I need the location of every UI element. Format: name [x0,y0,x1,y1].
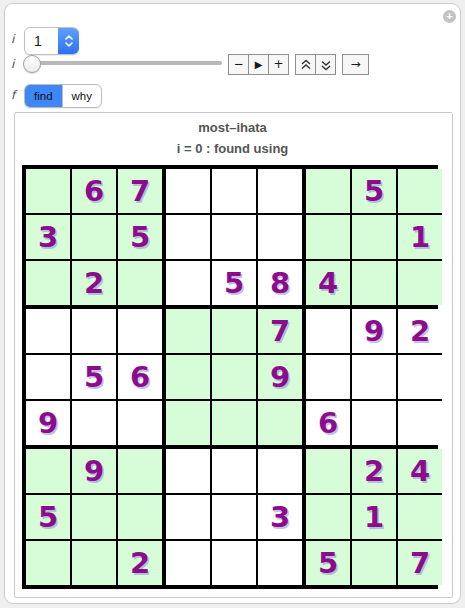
cell-r1c7 [306,169,350,213]
cell-r8c1: 5 [26,495,70,539]
cell-r9c2 [72,541,116,585]
cell-r4c1 [26,309,70,353]
cell-r3c9 [398,261,442,305]
toggle-option-why[interactable]: why [62,85,101,107]
cell-r9c7: 5 [306,541,350,585]
sudoku-box-7: 952 [26,449,162,585]
cell-r3c3 [118,261,162,305]
play-icon: ▶ [255,55,263,74]
cell-r8c2 [72,495,116,539]
cell-r2c8 [352,215,396,259]
cell-r4c5 [212,309,256,353]
cell-r7c6 [258,449,302,493]
playback-group-direction: → [342,54,369,75]
cell-r6c6 [258,401,302,445]
slider-label: i [11,57,14,71]
cell-r1c1 [26,169,70,213]
cell-r8c5 [212,495,256,539]
cell-r2c3: 5 [118,215,162,259]
cell-r5c1 [26,355,70,399]
cell-r3c7: 4 [306,261,350,305]
cell-r2c1: 3 [26,215,70,259]
cell-r1c9 [398,169,442,213]
cell-r4c6: 7 [258,309,302,353]
cell-r5c6: 9 [258,355,302,399]
sudoku-box-8: 3 [166,449,302,585]
index-stepper[interactable]: 1 [24,27,79,55]
cell-r1c5 [212,169,256,213]
cell-r2c9: 1 [398,215,442,259]
faster-button[interactable] [295,54,316,75]
cell-r4c8: 9 [352,309,396,353]
cell-r7c9: 4 [398,449,442,493]
cell-r6c9 [398,401,442,445]
cell-r2c2 [72,215,116,259]
cell-r6c1: 9 [26,401,70,445]
cell-r7c3 [118,449,162,493]
sudoku-box-2: 58 [166,169,302,305]
chevron-down-icon [65,42,73,47]
step-direction-button[interactable]: → [342,54,369,75]
cell-r9c1 [26,541,70,585]
sudoku-box-1: 67352 [26,169,162,305]
cell-r1c8: 5 [352,169,396,213]
cell-r7c5 [212,449,256,493]
cell-r9c5 [212,541,256,585]
sudoku-box-5: 79 [166,309,302,445]
cell-r5c7 [306,355,350,399]
slower-button[interactable] [315,54,336,75]
chevron-up-icon [65,35,73,40]
cell-r6c7: 6 [306,401,350,445]
cell-r3c2: 2 [72,261,116,305]
cell-r8c7 [306,495,350,539]
puzzle-title: most–ihata [15,120,450,135]
cell-r4c4 [166,309,210,353]
cell-r6c5 [212,401,256,445]
toggle-option-find[interactable]: find [25,85,62,107]
cell-r5c2: 5 [72,355,116,399]
cell-r3c6: 8 [258,261,302,305]
cell-r8c6: 3 [258,495,302,539]
cell-r4c7 [306,309,350,353]
cell-r2c4 [166,215,210,259]
cell-r3c1 [26,261,70,305]
cell-r8c3 [118,495,162,539]
cell-r2c7 [306,215,350,259]
cell-r7c8: 2 [352,449,396,493]
cell-r8c9 [398,495,442,539]
stepper-label: i [11,32,14,46]
cell-r9c6 [258,541,302,585]
sudoku-box-3: 514 [306,169,442,305]
cell-r6c2 [72,401,116,445]
cell-r1c6 [258,169,302,213]
cell-r9c8 [352,541,396,585]
sudoku-box-9: 24157 [306,449,442,585]
manipulate-menu-icon[interactable]: + [443,10,456,23]
puzzle-subtitle: i = 0 : found using [15,141,450,156]
cell-r7c4 [166,449,210,493]
cell-r8c8: 1 [352,495,396,539]
chevrons-up-icon [300,59,312,71]
cell-r5c3: 6 [118,355,162,399]
cell-r7c7 [306,449,350,493]
cell-r4c9: 2 [398,309,442,353]
chevrons-down-icon [320,59,332,71]
cell-r9c4 [166,541,210,585]
playback-group-speed [295,54,336,75]
cell-r4c3 [118,309,162,353]
stepper-arrows[interactable] [58,28,79,54]
cell-r7c2: 9 [72,449,116,493]
cell-r3c4 [166,261,210,305]
cell-r7c1 [26,449,70,493]
cell-r2c6 [258,215,302,259]
cell-r2c5 [212,215,256,259]
sudoku-box-4: 569 [26,309,162,445]
minus-button[interactable]: − [228,54,249,75]
cell-r5c4 [166,355,210,399]
slider-thumb[interactable] [23,55,41,73]
slider-track[interactable] [25,61,222,65]
plus-button[interactable]: + [268,54,289,75]
sudoku-board: 673525851456979926952324157 [22,165,438,589]
cell-r5c9 [398,355,442,399]
sudoku-box-6: 926 [306,309,442,445]
toggle-label: f [11,88,15,102]
cell-r5c8 [352,355,396,399]
cell-r3c5: 5 [212,261,256,305]
playback-group-step: − ▶ + [228,54,289,75]
cell-r3c8 [352,261,396,305]
cell-r1c2: 6 [72,169,116,213]
cell-r5c5 [212,355,256,399]
cell-r4c2 [72,309,116,353]
cell-r6c8 [352,401,396,445]
cell-r6c4 [166,401,210,445]
cell-r1c3: 7 [118,169,162,213]
cell-r9c9: 7 [398,541,442,585]
stepper-value: 1 [25,33,58,49]
cell-r6c3 [118,401,162,445]
cell-r9c3: 2 [118,541,162,585]
cell-r1c4 [166,169,210,213]
play-button[interactable]: ▶ [248,54,269,75]
find-why-toggle: find why [24,84,102,108]
cell-r8c4 [166,495,210,539]
